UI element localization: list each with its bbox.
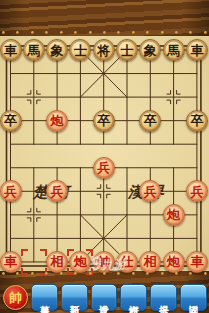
piece-black-r3c6[interactable]: 卒	[139, 110, 161, 132]
frame-stud	[132, 272, 135, 275]
frame-stud	[31, 272, 34, 275]
piece-black-r3c0[interactable]: 卒	[0, 110, 22, 132]
frame-stud	[117, 31, 120, 34]
frame-stud	[60, 31, 63, 34]
undo-move-button[interactable]: 悔棋	[120, 284, 147, 311]
frame-stud	[103, 31, 106, 34]
piece-red-r6c2[interactable]: 兵	[46, 180, 68, 202]
watermark-text: 九游	[101, 257, 126, 272]
frame-stud	[204, 31, 207, 34]
frame-stud	[161, 272, 164, 275]
xiangqi-app-window: 楚河 漢界 車馬象士将士象馬車卒卒卒卒炮兵兵兵兵兵炮車相炮帥仕相炮車 9九游 帥…	[0, 0, 209, 313]
piece-black-r0c7[interactable]: 馬	[163, 39, 185, 61]
turn-indicator-badge: 帥	[3, 285, 28, 310]
frame-studs-top	[2, 31, 207, 35]
piece-red-r6c6[interactable]: 兵	[139, 180, 161, 202]
frame-stud	[2, 272, 5, 275]
frame-stud	[146, 272, 149, 275]
piece-black-r0c2[interactable]: 象	[46, 39, 68, 61]
piece-black-r0c0[interactable]: 車	[0, 39, 22, 61]
piece-red-r9c0[interactable]: 車	[0, 251, 22, 273]
piece-red-r3c2[interactable]: 炮	[46, 110, 68, 132]
frame-stud	[45, 31, 48, 34]
toolbar-buttons: 菜单 新局 设置 悔棋 提示 返回	[31, 284, 207, 311]
frame-stud	[189, 272, 192, 275]
frame-stud	[2, 31, 5, 34]
frame-stud	[204, 272, 207, 275]
frame-stud	[45, 272, 48, 275]
new-game-button[interactable]: 新局	[61, 284, 88, 311]
piece-red-r7c7[interactable]: 炮	[163, 204, 185, 226]
watermark-logo: 9	[90, 252, 102, 274]
piece-red-r6c0[interactable]: 兵	[0, 180, 22, 202]
frame-stud	[74, 272, 77, 275]
piece-red-r5c4[interactable]: 兵	[93, 157, 115, 179]
board-grid	[0, 36, 209, 271]
piece-red-r9c3[interactable]: 炮	[69, 251, 91, 273]
frame-stud	[146, 31, 149, 34]
frame-stud	[189, 31, 192, 34]
frame-stud	[89, 31, 92, 34]
frame-stud	[16, 31, 19, 34]
menu-button[interactable]: 菜单	[31, 284, 58, 311]
piece-black-r0c8[interactable]: 車	[186, 39, 208, 61]
back-button[interactable]: 返回	[180, 284, 207, 311]
piece-black-r0c1[interactable]: 馬	[23, 39, 45, 61]
piece-red-r6c8[interactable]: 兵	[186, 180, 208, 202]
hint-button[interactable]: 提示	[150, 284, 177, 311]
frame-stud	[161, 31, 164, 34]
frame-stud	[31, 31, 34, 34]
piece-black-r3c8[interactable]: 卒	[186, 110, 208, 132]
watermark-9game: 9九游	[90, 251, 126, 275]
piece-black-r3c4[interactable]: 卒	[93, 110, 115, 132]
piece-red-r9c2[interactable]: 相	[46, 251, 68, 273]
frame-stud	[175, 31, 178, 34]
frame-stud	[16, 272, 19, 275]
frame-stud	[74, 31, 77, 34]
toolbar: 帥 菜单 新局 设置 悔棋 提示 返回	[0, 282, 209, 313]
piece-black-r0c4[interactable]: 将	[93, 39, 115, 61]
piece-black-r0c5[interactable]: 士	[116, 39, 138, 61]
frame-stud	[175, 272, 178, 275]
piece-red-r9c6[interactable]: 相	[139, 251, 161, 273]
settings-button[interactable]: 设置	[91, 284, 118, 311]
piece-red-r9c7[interactable]: 炮	[163, 251, 185, 273]
piece-black-r0c3[interactable]: 士	[69, 39, 91, 61]
frame-stud	[60, 272, 63, 275]
xiangqi-board[interactable]: 楚河 漢界 車馬象士将士象馬車卒卒卒卒炮兵兵兵兵兵炮車相炮帥仕相炮車	[0, 36, 209, 271]
piece-black-r0c6[interactable]: 象	[139, 39, 161, 61]
frame-stud	[132, 31, 135, 34]
piece-red-r9c8[interactable]: 車	[186, 251, 208, 273]
